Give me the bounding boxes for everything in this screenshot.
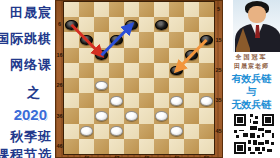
black-man-20[interactable] bbox=[185, 50, 198, 60]
banner-line-excerpt: 课程节选 bbox=[0, 146, 52, 158]
square-47[interactable] bbox=[94, 139, 109, 154]
black-man-9[interactable] bbox=[155, 20, 168, 30]
square-14[interactable] bbox=[169, 32, 184, 47]
light-square bbox=[184, 32, 199, 47]
photo-face bbox=[248, 6, 266, 23]
light-square bbox=[94, 124, 109, 139]
bottom-label-50: 50 bbox=[204, 155, 210, 158]
light-square bbox=[169, 139, 184, 154]
topic-line-effective-chain: 有效兵链 bbox=[223, 72, 280, 86]
square-16[interactable] bbox=[64, 48, 79, 63]
light-square bbox=[64, 93, 79, 108]
light-square bbox=[64, 124, 79, 139]
white-man-39[interactable] bbox=[155, 111, 168, 121]
row-label-35: 35 bbox=[214, 97, 223, 103]
square-29[interactable] bbox=[154, 78, 169, 93]
square-21[interactable] bbox=[79, 63, 94, 78]
row-label-26: 26 bbox=[55, 82, 64, 88]
right-sidebar: 全国冠军 田晟宸老师 有效兵链 与 无效兵链 bbox=[223, 0, 280, 158]
light-square bbox=[184, 124, 199, 139]
light-square bbox=[109, 108, 124, 123]
light-square bbox=[184, 93, 199, 108]
light-square bbox=[79, 78, 94, 93]
row-label-46: 46 bbox=[55, 143, 64, 149]
caption-champion: 全国冠军 bbox=[223, 53, 280, 62]
black-man-8[interactable] bbox=[125, 20, 138, 30]
light-square bbox=[199, 108, 214, 123]
light-square bbox=[139, 48, 154, 63]
light-square bbox=[139, 139, 154, 154]
square-26[interactable] bbox=[64, 78, 79, 93]
white-man-37[interactable] bbox=[95, 111, 108, 121]
light-square bbox=[139, 17, 154, 32]
light-square bbox=[154, 2, 169, 17]
light-square bbox=[184, 63, 199, 78]
light-square bbox=[169, 17, 184, 32]
square-5[interactable] bbox=[199, 2, 214, 17]
light-square bbox=[169, 108, 184, 123]
banner-line-name: 田晟宸 bbox=[10, 4, 52, 22]
banner-line-term: 秋季班 bbox=[10, 128, 52, 146]
square-7[interactable] bbox=[94, 17, 109, 32]
square-19[interactable] bbox=[154, 48, 169, 63]
light-square bbox=[184, 2, 199, 17]
row-label-15: 15 bbox=[214, 37, 223, 43]
light-square bbox=[79, 48, 94, 63]
white-man-41[interactable] bbox=[80, 126, 93, 136]
square-25[interactable] bbox=[199, 63, 214, 78]
square-3[interactable] bbox=[139, 2, 154, 17]
square-23[interactable] bbox=[139, 63, 154, 78]
banner-line-course: 网络课 bbox=[10, 56, 52, 74]
square-46[interactable] bbox=[64, 139, 79, 154]
square-50[interactable] bbox=[184, 139, 199, 154]
black-man-17[interactable] bbox=[95, 50, 108, 60]
light-square bbox=[124, 63, 139, 78]
qr-code-icon bbox=[232, 112, 276, 156]
light-square bbox=[79, 108, 94, 123]
light-square bbox=[124, 124, 139, 139]
square-22[interactable] bbox=[109, 63, 124, 78]
banner-line-draughts: 国际跳棋 bbox=[0, 30, 52, 48]
bottom-label-46: 46 bbox=[84, 155, 90, 158]
row-label-25: 25 bbox=[214, 67, 223, 73]
light-square bbox=[109, 17, 124, 32]
light-square bbox=[109, 48, 124, 63]
light-square bbox=[94, 32, 109, 47]
topic-line-vs: 与 bbox=[223, 85, 280, 99]
white-man-34[interactable] bbox=[170, 96, 183, 106]
row-label-16: 16 bbox=[55, 52, 64, 58]
bottom-label-47: 47 bbox=[114, 155, 120, 158]
light-square bbox=[79, 139, 94, 154]
light-square bbox=[64, 63, 79, 78]
caption-teacher-name: 田晟宸老师 bbox=[223, 62, 280, 71]
black-man-15[interactable] bbox=[200, 35, 213, 45]
square-1[interactable] bbox=[79, 2, 94, 17]
white-man-44[interactable] bbox=[170, 126, 183, 136]
light-square bbox=[199, 17, 214, 32]
square-13[interactable] bbox=[139, 32, 154, 47]
light-square bbox=[109, 139, 124, 154]
square-4[interactable] bbox=[169, 2, 184, 17]
square-30[interactable] bbox=[184, 78, 199, 93]
white-man-42[interactable] bbox=[110, 126, 123, 136]
light-square bbox=[199, 48, 214, 63]
light-square bbox=[94, 93, 109, 108]
light-square bbox=[154, 63, 169, 78]
square-48[interactable] bbox=[124, 139, 139, 154]
teacher-photo bbox=[233, 0, 280, 52]
square-40[interactable] bbox=[184, 108, 199, 123]
left-banner: 田晟宸 国际跳棋 网络课 之 2020 秋季班 课程节选 bbox=[0, 0, 55, 158]
square-18[interactable] bbox=[124, 48, 139, 63]
row-label-5: 5 bbox=[214, 6, 223, 12]
row-label-36: 36 bbox=[55, 113, 64, 119]
light-square bbox=[109, 78, 124, 93]
light-square bbox=[79, 17, 94, 32]
light-square bbox=[124, 32, 139, 47]
square-31[interactable] bbox=[79, 93, 94, 108]
white-man-35[interactable] bbox=[200, 96, 213, 106]
light-square bbox=[169, 78, 184, 93]
row-label-45: 45 bbox=[214, 128, 223, 134]
draughts-board bbox=[64, 2, 214, 154]
light-square bbox=[154, 93, 169, 108]
light-square bbox=[154, 124, 169, 139]
banner-line-year: 2020 bbox=[14, 106, 47, 123]
square-28[interactable] bbox=[124, 78, 139, 93]
light-square bbox=[199, 78, 214, 93]
light-square bbox=[169, 48, 184, 63]
square-43[interactable] bbox=[139, 124, 154, 139]
light-square bbox=[94, 2, 109, 17]
black-man-6[interactable] bbox=[65, 20, 78, 30]
video-frame: 田晟宸 国际跳棋 网络课 之 2020 秋季班 课程节选 61626364651… bbox=[0, 0, 280, 158]
topic-line-ineffective-chain: 无效兵链 bbox=[223, 98, 280, 112]
light-square bbox=[139, 78, 154, 93]
light-square bbox=[154, 32, 169, 47]
light-square bbox=[64, 2, 79, 17]
row-label-6: 6 bbox=[55, 21, 64, 27]
square-33[interactable] bbox=[139, 93, 154, 108]
black-man-11[interactable] bbox=[80, 35, 93, 45]
light-square bbox=[124, 2, 139, 17]
light-square bbox=[64, 32, 79, 47]
bottom-label-48: 48 bbox=[144, 155, 150, 158]
black-man-24[interactable] bbox=[170, 66, 183, 76]
square-45[interactable] bbox=[199, 124, 214, 139]
square-49[interactable] bbox=[154, 139, 169, 154]
square-10[interactable] bbox=[184, 17, 199, 32]
banner-line-zhi: 之 bbox=[27, 84, 41, 102]
light-square bbox=[124, 93, 139, 108]
white-man-32[interactable] bbox=[110, 96, 123, 106]
black-man-12[interactable] bbox=[110, 35, 123, 45]
light-square bbox=[139, 108, 154, 123]
light-square bbox=[94, 63, 109, 78]
draughts-board-frame: 6162636465152535454647484950 bbox=[55, 0, 223, 158]
bottom-label-49: 49 bbox=[174, 155, 180, 158]
light-square bbox=[199, 139, 214, 154]
square-36[interactable] bbox=[64, 108, 79, 123]
square-2[interactable] bbox=[109, 2, 124, 17]
white-man-38[interactable] bbox=[125, 111, 138, 121]
